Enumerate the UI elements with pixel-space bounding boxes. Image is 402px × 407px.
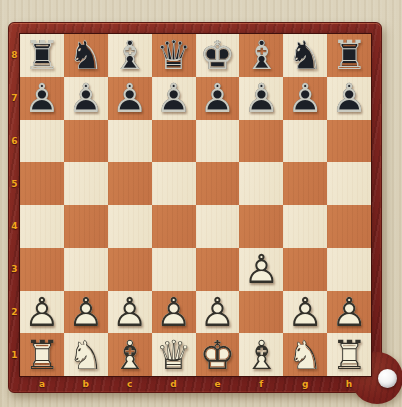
square-f7[interactable]: ♟♙ xyxy=(239,77,283,120)
white-knight-outline: ♘ xyxy=(64,333,108,376)
square-a1[interactable]: ♜♖ xyxy=(20,333,64,376)
black-pawn-outline: ♙ xyxy=(108,77,152,120)
piece-white-rook-a1[interactable]: ♜♖ xyxy=(20,333,64,376)
square-f2[interactable] xyxy=(239,291,283,334)
square-g5[interactable] xyxy=(283,162,327,205)
chess-board: ♜♖♞♘♝♗♛♕♚♔♝♗♞♘♜♖♟♙♟♙♟♙♟♙♟♙♟♙♟♙♟♙♟♙♟♙♟♙♟♙… xyxy=(8,22,382,393)
black-pawn-outline: ♙ xyxy=(152,77,196,120)
white-ball-knob-icon xyxy=(378,369,397,388)
file-label-c: c xyxy=(108,376,152,392)
piece-black-pawn-d7[interactable]: ♟♙ xyxy=(152,77,196,120)
piece-white-bishop-c1[interactable]: ♝♗ xyxy=(108,333,152,376)
white-king-outline: ♔ xyxy=(196,333,240,376)
piece-black-pawn-f7[interactable]: ♟♙ xyxy=(239,77,283,120)
black-rook-outline: ♖ xyxy=(20,34,64,77)
square-a8[interactable]: ♜♖ xyxy=(20,34,64,77)
black-rook-outline: ♖ xyxy=(327,34,371,77)
black-bishop-outline: ♗ xyxy=(108,34,152,77)
square-d7[interactable]: ♟♙ xyxy=(152,77,196,120)
square-g1[interactable]: ♞♘ xyxy=(283,333,327,376)
white-pawn-outline: ♙ xyxy=(20,291,64,334)
file-label-d: d xyxy=(152,376,196,392)
rank-label-2: 2 xyxy=(9,291,20,334)
file-label-e: e xyxy=(196,376,240,392)
square-h6[interactable] xyxy=(327,120,371,163)
square-b1[interactable]: ♞♘ xyxy=(64,333,108,376)
square-d2[interactable]: ♟♙ xyxy=(152,291,196,334)
square-h4[interactable] xyxy=(327,205,371,248)
square-g6[interactable] xyxy=(283,120,327,163)
square-c4[interactable] xyxy=(108,205,152,248)
square-e3[interactable] xyxy=(196,248,240,291)
square-c2[interactable]: ♟♙ xyxy=(108,291,152,334)
piece-black-pawn-b7[interactable]: ♟♙ xyxy=(64,77,108,120)
piece-white-pawn-h2[interactable]: ♟♙ xyxy=(327,291,371,334)
rank-label-6: 6 xyxy=(9,120,20,163)
white-pawn-outline: ♙ xyxy=(152,291,196,334)
piece-black-queen-d8[interactable]: ♛♕ xyxy=(152,34,196,77)
board-squares: ♜♖♞♘♝♗♛♕♚♔♝♗♞♘♜♖♟♙♟♙♟♙♟♙♟♙♟♙♟♙♟♙♟♙♟♙♟♙♟♙… xyxy=(20,34,371,376)
piece-white-rook-h1[interactable]: ♜♖ xyxy=(327,333,371,376)
black-queen-outline: ♕ xyxy=(152,34,196,77)
piece-black-bishop-c8[interactable]: ♝♗ xyxy=(108,34,152,77)
piece-white-knight-b1[interactable]: ♞♘ xyxy=(64,333,108,376)
rank-label-7: 7 xyxy=(9,77,20,120)
square-c7[interactable]: ♟♙ xyxy=(108,77,152,120)
piece-black-knight-g8[interactable]: ♞♘ xyxy=(283,34,327,77)
white-pawn-outline: ♙ xyxy=(327,291,371,334)
square-c1[interactable]: ♝♗ xyxy=(108,333,152,376)
piece-white-pawn-d2[interactable]: ♟♙ xyxy=(152,291,196,334)
white-pawn-outline: ♙ xyxy=(108,291,152,334)
square-f3[interactable]: ♟♙ xyxy=(239,248,283,291)
square-f8[interactable]: ♝♗ xyxy=(239,34,283,77)
rank-label-1: 1 xyxy=(9,333,20,376)
piece-white-pawn-a2[interactable]: ♟♙ xyxy=(20,291,64,334)
square-g4[interactable] xyxy=(283,205,327,248)
piece-white-pawn-e2[interactable]: ♟♙ xyxy=(196,291,240,334)
piece-black-knight-b8[interactable]: ♞♘ xyxy=(64,34,108,77)
rank-label-5: 5 xyxy=(9,162,20,205)
rank-label-8: 8 xyxy=(9,34,20,77)
square-a4[interactable] xyxy=(20,205,64,248)
piece-white-pawn-c2[interactable]: ♟♙ xyxy=(108,291,152,334)
square-b2[interactable]: ♟♙ xyxy=(64,291,108,334)
white-pawn-outline: ♙ xyxy=(283,291,327,334)
table-background: ♜♖♞♘♝♗♛♕♚♔♝♗♞♘♜♖♟♙♟♙♟♙♟♙♟♙♟♙♟♙♟♙♟♙♟♙♟♙♟♙… xyxy=(0,0,402,407)
piece-black-pawn-c7[interactable]: ♟♙ xyxy=(108,77,152,120)
piece-black-bishop-f8[interactable]: ♝♗ xyxy=(239,34,283,77)
square-d6[interactable] xyxy=(152,120,196,163)
square-b8[interactable]: ♞♘ xyxy=(64,34,108,77)
black-knight-outline: ♘ xyxy=(283,34,327,77)
white-rook-outline: ♖ xyxy=(327,333,371,376)
square-a5[interactable] xyxy=(20,162,64,205)
rank-label-4: 4 xyxy=(9,205,20,248)
square-g7[interactable]: ♟♙ xyxy=(283,77,327,120)
piece-white-pawn-f3[interactable]: ♟♙ xyxy=(239,248,283,291)
piece-black-pawn-g7[interactable]: ♟♙ xyxy=(283,77,327,120)
piece-white-pawn-g2[interactable]: ♟♙ xyxy=(283,291,327,334)
file-label-a: a xyxy=(20,376,64,392)
square-h3[interactable] xyxy=(327,248,371,291)
black-pawn-outline: ♙ xyxy=(283,77,327,120)
square-h1[interactable]: ♜♖ xyxy=(327,333,371,376)
black-pawn-outline: ♙ xyxy=(64,77,108,120)
square-d1[interactable]: ♛♕ xyxy=(152,333,196,376)
black-bishop-outline: ♗ xyxy=(239,34,283,77)
white-knight-outline: ♘ xyxy=(283,333,327,376)
white-pawn-outline: ♙ xyxy=(64,291,108,334)
white-queen-outline: ♕ xyxy=(152,333,196,376)
square-f6[interactable] xyxy=(239,120,283,163)
file-label-h: h xyxy=(327,376,371,392)
square-e8[interactable]: ♚♔ xyxy=(196,34,240,77)
square-e6[interactable] xyxy=(196,120,240,163)
square-a6[interactable] xyxy=(20,120,64,163)
square-f4[interactable] xyxy=(239,205,283,248)
piece-white-queen-d1[interactable]: ♛♕ xyxy=(152,333,196,376)
file-label-f: f xyxy=(239,376,283,392)
piece-black-pawn-h7[interactable]: ♟♙ xyxy=(327,77,371,120)
square-e2[interactable]: ♟♙ xyxy=(196,291,240,334)
white-bishop-outline: ♗ xyxy=(239,333,283,376)
square-b5[interactable] xyxy=(64,162,108,205)
square-a7[interactable]: ♟♙ xyxy=(20,77,64,120)
square-a3[interactable] xyxy=(20,248,64,291)
square-g8[interactable]: ♞♘ xyxy=(283,34,327,77)
black-king-outline: ♔ xyxy=(196,34,240,77)
white-bishop-outline: ♗ xyxy=(108,333,152,376)
square-e4[interactable] xyxy=(196,205,240,248)
piece-white-pawn-b2[interactable]: ♟♙ xyxy=(64,291,108,334)
square-f1[interactable]: ♝♗ xyxy=(239,333,283,376)
piece-white-knight-g1[interactable]: ♞♘ xyxy=(283,333,327,376)
square-e1[interactable]: ♚♔ xyxy=(196,333,240,376)
square-h2[interactable]: ♟♙ xyxy=(327,291,371,334)
square-d3[interactable] xyxy=(152,248,196,291)
square-c3[interactable] xyxy=(108,248,152,291)
square-b3[interactable] xyxy=(64,248,108,291)
piece-black-pawn-e7[interactable]: ♟♙ xyxy=(196,77,240,120)
piece-black-rook-a8[interactable]: ♜♖ xyxy=(20,34,64,77)
square-d4[interactable] xyxy=(152,205,196,248)
black-pawn-outline: ♙ xyxy=(20,77,64,120)
black-pawn-outline: ♙ xyxy=(327,77,371,120)
square-a2[interactable]: ♟♙ xyxy=(20,291,64,334)
square-b7[interactable]: ♟♙ xyxy=(64,77,108,120)
square-d5[interactable] xyxy=(152,162,196,205)
white-pawn-outline: ♙ xyxy=(196,291,240,334)
rank-label-3: 3 xyxy=(9,248,20,291)
rank-labels: 87654321 xyxy=(9,34,20,376)
square-d8[interactable]: ♛♕ xyxy=(152,34,196,77)
square-e7[interactable]: ♟♙ xyxy=(196,77,240,120)
piece-black-pawn-a7[interactable]: ♟♙ xyxy=(20,77,64,120)
square-b4[interactable] xyxy=(64,205,108,248)
square-b6[interactable] xyxy=(64,120,108,163)
black-pawn-outline: ♙ xyxy=(239,77,283,120)
square-f5[interactable] xyxy=(239,162,283,205)
file-label-g: g xyxy=(283,376,327,392)
square-h7[interactable]: ♟♙ xyxy=(327,77,371,120)
file-labels: abcdefgh xyxy=(20,376,371,392)
white-pawn-outline: ♙ xyxy=(239,248,283,291)
square-c8[interactable]: ♝♗ xyxy=(108,34,152,77)
square-c5[interactable] xyxy=(108,162,152,205)
square-h8[interactable]: ♜♖ xyxy=(327,34,371,77)
square-h5[interactable] xyxy=(327,162,371,205)
white-rook-outline: ♖ xyxy=(20,333,64,376)
file-label-b: b xyxy=(64,376,108,392)
black-knight-outline: ♘ xyxy=(64,34,108,77)
square-c6[interactable] xyxy=(108,120,152,163)
piece-white-king-e1[interactable]: ♚♔ xyxy=(196,333,240,376)
square-g3[interactable] xyxy=(283,248,327,291)
square-e5[interactable] xyxy=(196,162,240,205)
piece-black-king-e8[interactable]: ♚♔ xyxy=(196,34,240,77)
piece-black-rook-h8[interactable]: ♜♖ xyxy=(327,34,371,77)
black-pawn-outline: ♙ xyxy=(196,77,240,120)
square-g2[interactable]: ♟♙ xyxy=(283,291,327,334)
piece-white-bishop-f1[interactable]: ♝♗ xyxy=(239,333,283,376)
